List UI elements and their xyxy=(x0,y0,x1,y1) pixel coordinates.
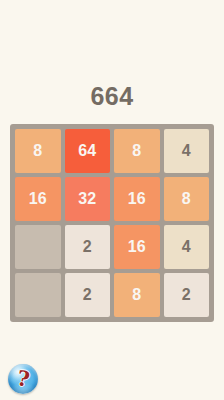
question-mark-icon: ? xyxy=(15,367,31,390)
help-button[interactable]: ? xyxy=(8,364,38,394)
tile-2-r4c4: 2 xyxy=(164,273,210,317)
tile-16-r2c3: 16 xyxy=(114,177,160,221)
tile-16-r3c3: 16 xyxy=(114,225,160,269)
tile-2-r3c2: 2 xyxy=(65,225,111,269)
tile-32-r2c2: 32 xyxy=(65,177,111,221)
tile-4-r3c4: 4 xyxy=(164,225,210,269)
tile-2-r4c2: 2 xyxy=(65,273,111,317)
tile-4-r1c4: 4 xyxy=(164,129,210,173)
tile-16-r2c1: 16 xyxy=(15,177,61,221)
tile-8-r1c3: 8 xyxy=(114,129,160,173)
score-display: 664 xyxy=(0,82,224,111)
empty-cell-r4c1 xyxy=(15,273,61,317)
tile-64-r1c2: 64 xyxy=(65,129,111,173)
game-board[interactable]: 8648416321682164282 xyxy=(10,124,214,322)
tile-8-r4c3: 8 xyxy=(114,273,160,317)
tile-8-r2c4: 8 xyxy=(164,177,210,221)
empty-cell-r3c1 xyxy=(15,225,61,269)
tile-8-r1c1: 8 xyxy=(15,129,61,173)
